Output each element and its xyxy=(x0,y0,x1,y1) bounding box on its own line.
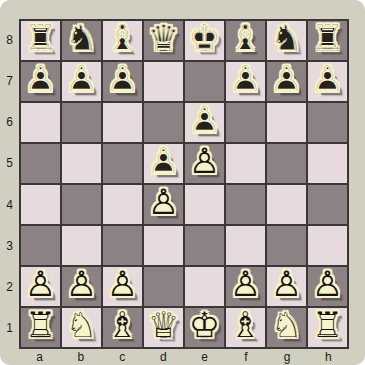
white-rook-glyph: ♜ xyxy=(21,306,60,345)
square-g1[interactable]: ♞♘ xyxy=(267,308,306,347)
square-f7[interactable]: ♟♙ xyxy=(226,62,265,101)
square-c3[interactable] xyxy=(103,226,142,265)
square-f2[interactable]: ♟♙ xyxy=(226,267,265,306)
square-g2[interactable]: ♟♙ xyxy=(267,267,306,306)
square-f3[interactable] xyxy=(226,226,265,265)
square-g8[interactable]: ♞♘ xyxy=(267,21,306,60)
file-label-b: b xyxy=(60,349,101,365)
board-panel: 87654321 ♜♖♞♘♝♗♛♕♚♔♝♗♞♘♜♖♟♙♟♙♟♙♟♙♟♙♟♙♟♙♟… xyxy=(0,0,365,365)
square-c5[interactable] xyxy=(103,144,142,183)
square-a3[interactable] xyxy=(21,226,60,265)
white-bishop-glyph: ♝ xyxy=(103,306,142,345)
square-c2[interactable]: ♟♙ xyxy=(103,267,142,306)
square-f1[interactable]: ♝♗ xyxy=(226,308,265,347)
square-b8[interactable]: ♞♘ xyxy=(62,21,101,60)
black-pawn-glyph: ♟ xyxy=(226,60,265,99)
black-pawn-glyph: ♟ xyxy=(267,60,306,99)
piece-black-pawn-b7[interactable]: ♟♙ xyxy=(62,62,101,101)
white-knight-glyph: ♞ xyxy=(267,306,306,345)
square-d6[interactable] xyxy=(144,103,183,142)
square-e7[interactable] xyxy=(185,62,224,101)
white-pawn-detail: ♙ xyxy=(226,265,265,304)
black-king-glyph: ♚ xyxy=(185,19,224,58)
square-h1[interactable]: ♜♖ xyxy=(308,308,347,347)
square-b4[interactable] xyxy=(62,185,101,224)
file-label-f: f xyxy=(225,349,266,365)
piece-black-pawn-h7[interactable]: ♟♙ xyxy=(308,62,347,101)
black-pawn-detail: ♙ xyxy=(62,60,101,99)
square-e1[interactable]: ♚♔ xyxy=(185,308,224,347)
square-b7[interactable]: ♟♙ xyxy=(62,62,101,101)
rank-label-3: 3 xyxy=(0,225,19,266)
piece-white-knight-g1[interactable]: ♞♘ xyxy=(267,308,306,347)
square-a8[interactable]: ♜♖ xyxy=(21,21,60,60)
square-e4[interactable] xyxy=(185,185,224,224)
square-b6[interactable] xyxy=(62,103,101,142)
piece-white-pawn-d4[interactable]: ♟♙ xyxy=(144,185,183,224)
piece-black-knight-g8[interactable]: ♞♘ xyxy=(267,21,306,60)
rank-label-1: 1 xyxy=(0,308,19,349)
black-pawn-detail: ♙ xyxy=(226,60,265,99)
white-pawn-glyph: ♟ xyxy=(21,265,60,304)
piece-white-bishop-c1[interactable]: ♝♗ xyxy=(103,308,142,347)
square-f5[interactable] xyxy=(226,144,265,183)
white-king-glyph: ♚ xyxy=(185,306,224,345)
piece-white-knight-b1[interactable]: ♞♘ xyxy=(62,308,101,347)
black-pawn-detail: ♙ xyxy=(185,101,224,140)
square-b2[interactable]: ♟♙ xyxy=(62,267,101,306)
square-a1[interactable]: ♜♖ xyxy=(21,308,60,347)
square-h2[interactable]: ♟♙ xyxy=(308,267,347,306)
square-c6[interactable] xyxy=(103,103,142,142)
file-labels: abcdefgh xyxy=(19,349,349,365)
white-pawn-glyph: ♟ xyxy=(308,265,347,304)
black-pawn-detail: ♙ xyxy=(144,142,183,181)
square-e5[interactable]: ♟♙ xyxy=(185,144,224,183)
black-pawn-glyph: ♟ xyxy=(103,60,142,99)
white-pawn-detail: ♙ xyxy=(62,265,101,304)
square-a7[interactable]: ♟♙ xyxy=(21,62,60,101)
black-pawn-detail: ♙ xyxy=(103,60,142,99)
white-rook-detail: ♖ xyxy=(21,306,60,345)
square-d1[interactable]: ♛♕ xyxy=(144,308,183,347)
white-pawn-detail: ♙ xyxy=(308,265,347,304)
file-label-d: d xyxy=(143,349,184,365)
square-a5[interactable] xyxy=(21,144,60,183)
file-label-c: c xyxy=(102,349,143,365)
white-knight-detail: ♘ xyxy=(62,306,101,345)
black-rook-detail: ♖ xyxy=(308,19,347,58)
white-queen-detail: ♕ xyxy=(144,306,183,345)
white-pawn-glyph: ♟ xyxy=(226,265,265,304)
white-knight-glyph: ♞ xyxy=(62,306,101,345)
piece-black-pawn-a7[interactable]: ♟♙ xyxy=(21,62,60,101)
square-h7[interactable]: ♟♙ xyxy=(308,62,347,101)
white-pawn-glyph: ♟ xyxy=(185,142,224,181)
square-c1[interactable]: ♝♗ xyxy=(103,308,142,347)
file-label-e: e xyxy=(184,349,225,365)
black-rook-glyph: ♜ xyxy=(308,19,347,58)
square-a6[interactable] xyxy=(21,103,60,142)
piece-white-bishop-f1[interactable]: ♝♗ xyxy=(226,308,265,347)
black-pawn-glyph: ♟ xyxy=(144,142,183,181)
black-bishop-detail: ♗ xyxy=(226,19,265,58)
square-h8[interactable]: ♜♖ xyxy=(308,21,347,60)
square-h4[interactable] xyxy=(308,185,347,224)
square-f8[interactable]: ♝♗ xyxy=(226,21,265,60)
white-pawn-glyph: ♟ xyxy=(144,183,183,222)
piece-black-bishop-f8[interactable]: ♝♗ xyxy=(226,21,265,60)
square-e6[interactable]: ♟♙ xyxy=(185,103,224,142)
white-rook-detail: ♖ xyxy=(308,306,347,345)
rank-labels: 87654321 xyxy=(0,19,19,349)
black-pawn-detail: ♙ xyxy=(267,60,306,99)
piece-black-king-e8[interactable]: ♚♔ xyxy=(185,21,224,60)
square-b1[interactable]: ♞♘ xyxy=(62,308,101,347)
black-bishop-glyph: ♝ xyxy=(103,19,142,58)
square-h6[interactable] xyxy=(308,103,347,142)
black-bishop-detail: ♗ xyxy=(103,19,142,58)
square-e3[interactable] xyxy=(185,226,224,265)
rank-label-2: 2 xyxy=(0,267,19,308)
file-label-h: h xyxy=(308,349,349,365)
white-pawn-detail: ♙ xyxy=(267,265,306,304)
square-c4[interactable] xyxy=(103,185,142,224)
square-g6[interactable] xyxy=(267,103,306,142)
square-h5[interactable] xyxy=(308,144,347,183)
black-rook-detail: ♖ xyxy=(21,19,60,58)
chess-board[interactable]: ♜♖♞♘♝♗♛♕♚♔♝♗♞♘♜♖♟♙♟♙♟♙♟♙♟♙♟♙♟♙♟♙♟♙♟♙♟♙♟♙… xyxy=(19,19,349,349)
black-rook-glyph: ♜ xyxy=(21,19,60,58)
black-pawn-detail: ♙ xyxy=(21,60,60,99)
square-d3[interactable] xyxy=(144,226,183,265)
piece-white-pawn-a2[interactable]: ♟♙ xyxy=(21,267,60,306)
piece-white-pawn-e5[interactable]: ♟♙ xyxy=(185,144,224,183)
square-d4[interactable]: ♟♙ xyxy=(144,185,183,224)
piece-black-pawn-g7[interactable]: ♟♙ xyxy=(267,62,306,101)
white-knight-detail: ♘ xyxy=(267,306,306,345)
piece-white-pawn-b2[interactable]: ♟♙ xyxy=(62,267,101,306)
piece-white-rook-h1[interactable]: ♜♖ xyxy=(308,308,347,347)
piece-white-pawn-c2[interactable]: ♟♙ xyxy=(103,267,142,306)
square-e2[interactable] xyxy=(185,267,224,306)
black-pawn-glyph: ♟ xyxy=(308,60,347,99)
white-rook-glyph: ♜ xyxy=(308,306,347,345)
black-bishop-glyph: ♝ xyxy=(226,19,265,58)
piece-black-pawn-d5[interactable]: ♟♙ xyxy=(144,144,183,183)
square-g3[interactable] xyxy=(267,226,306,265)
square-f4[interactable] xyxy=(226,185,265,224)
square-a4[interactable] xyxy=(21,185,60,224)
piece-white-rook-a1[interactable]: ♜♖ xyxy=(21,308,60,347)
piece-white-pawn-h2[interactable]: ♟♙ xyxy=(308,267,347,306)
square-g7[interactable]: ♟♙ xyxy=(267,62,306,101)
square-d5[interactable]: ♟♙ xyxy=(144,144,183,183)
rank-label-4: 4 xyxy=(0,184,19,225)
piece-white-pawn-f2[interactable]: ♟♙ xyxy=(226,267,265,306)
white-bishop-detail: ♗ xyxy=(103,306,142,345)
white-king-detail: ♔ xyxy=(185,306,224,345)
piece-black-rook-a8[interactable]: ♜♖ xyxy=(21,21,60,60)
file-label-g: g xyxy=(267,349,308,365)
black-knight-detail: ♘ xyxy=(267,19,306,58)
square-c8[interactable]: ♝♗ xyxy=(103,21,142,60)
piece-white-pawn-g2[interactable]: ♟♙ xyxy=(267,267,306,306)
white-bishop-detail: ♗ xyxy=(226,306,265,345)
black-pawn-detail: ♙ xyxy=(308,60,347,99)
square-b5[interactable] xyxy=(62,144,101,183)
black-pawn-glyph: ♟ xyxy=(21,60,60,99)
black-queen-glyph: ♛ xyxy=(144,19,183,58)
rank-label-7: 7 xyxy=(0,60,19,101)
piece-black-bishop-c8[interactable]: ♝♗ xyxy=(103,21,142,60)
square-g4[interactable] xyxy=(267,185,306,224)
piece-black-queen-d8[interactable]: ♛♕ xyxy=(144,21,183,60)
white-pawn-detail: ♙ xyxy=(185,142,224,181)
piece-black-pawn-c7[interactable]: ♟♙ xyxy=(103,62,142,101)
square-d2[interactable] xyxy=(144,267,183,306)
piece-black-pawn-f7[interactable]: ♟♙ xyxy=(226,62,265,101)
white-pawn-glyph: ♟ xyxy=(103,265,142,304)
square-d7[interactable] xyxy=(144,62,183,101)
white-queen-glyph: ♛ xyxy=(144,306,183,345)
square-g5[interactable] xyxy=(267,144,306,183)
square-b3[interactable] xyxy=(62,226,101,265)
piece-white-king-e1[interactable]: ♚♔ xyxy=(185,308,224,347)
white-pawn-detail: ♙ xyxy=(144,183,183,222)
rank-label-6: 6 xyxy=(0,102,19,143)
black-knight-glyph: ♞ xyxy=(267,19,306,58)
piece-black-pawn-e6[interactable]: ♟♙ xyxy=(185,103,224,142)
rank-label-5: 5 xyxy=(0,143,19,184)
black-king-detail: ♔ xyxy=(185,19,224,58)
piece-black-rook-h8[interactable]: ♜♖ xyxy=(308,21,347,60)
white-pawn-detail: ♙ xyxy=(103,265,142,304)
piece-white-queen-d1[interactable]: ♛♕ xyxy=(144,308,183,347)
square-a2[interactable]: ♟♙ xyxy=(21,267,60,306)
white-bishop-glyph: ♝ xyxy=(226,306,265,345)
piece-black-knight-b8[interactable]: ♞♘ xyxy=(62,21,101,60)
black-knight-glyph: ♞ xyxy=(62,19,101,58)
square-f6[interactable] xyxy=(226,103,265,142)
file-label-a: a xyxy=(19,349,60,365)
square-h3[interactable] xyxy=(308,226,347,265)
white-pawn-glyph: ♟ xyxy=(62,265,101,304)
rank-label-8: 8 xyxy=(0,19,19,60)
square-d8[interactable]: ♛♕ xyxy=(144,21,183,60)
white-pawn-glyph: ♟ xyxy=(267,265,306,304)
square-e8[interactable]: ♚♔ xyxy=(185,21,224,60)
black-pawn-glyph: ♟ xyxy=(62,60,101,99)
square-c7[interactable]: ♟♙ xyxy=(103,62,142,101)
black-queen-detail: ♕ xyxy=(144,19,183,58)
black-pawn-glyph: ♟ xyxy=(185,101,224,140)
black-knight-detail: ♘ xyxy=(62,19,101,58)
white-pawn-detail: ♙ xyxy=(21,265,60,304)
